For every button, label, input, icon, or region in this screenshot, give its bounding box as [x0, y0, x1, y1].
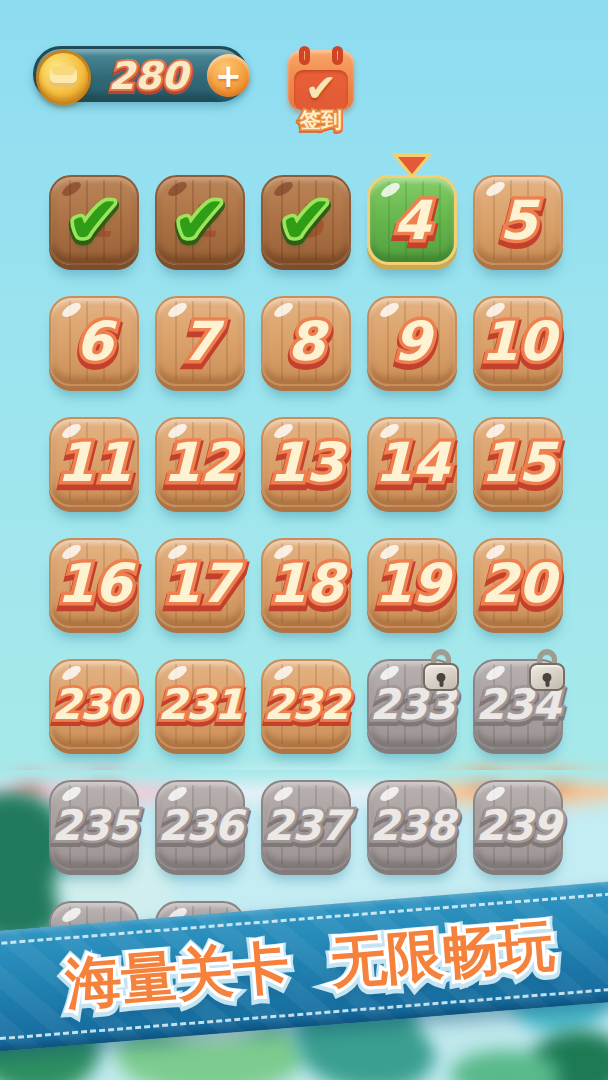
completed-check-icon: ✔	[172, 182, 227, 259]
level-number: 14	[374, 431, 449, 494]
level-tile-18[interactable]: 18	[261, 538, 351, 628]
level-tile-15[interactable]: 15	[473, 417, 563, 507]
level-tile-11[interactable]: 11	[49, 417, 139, 507]
level-tile-4[interactable]: 4	[367, 175, 457, 265]
level-number: 19	[374, 552, 449, 615]
level-number: 236	[158, 801, 243, 850]
level-number: 20	[480, 552, 555, 615]
level-number: 13	[268, 431, 343, 494]
level-number: 12	[162, 431, 237, 494]
level-tile-5[interactable]: 5	[473, 175, 563, 265]
calendar-icon: ✔	[288, 50, 354, 110]
level-tile-20[interactable]: 20	[473, 538, 563, 628]
level-tile-2[interactable]: 2✔	[155, 175, 245, 265]
level-tile-1[interactable]: 1✔	[49, 175, 139, 265]
level-tile-12[interactable]: 12	[155, 417, 245, 507]
level-tile-17[interactable]: 17	[155, 538, 245, 628]
level-tile-7[interactable]: 7	[155, 296, 245, 386]
level-tile-232[interactable]: 232	[261, 659, 351, 749]
coin-count-value: 280	[108, 54, 187, 98]
level-tile-16[interactable]: 16	[49, 538, 139, 628]
level-number: 7	[181, 310, 219, 373]
level-number: 18	[268, 552, 343, 615]
level-tile-6[interactable]: 6	[49, 296, 139, 386]
level-tile-13[interactable]: 13	[261, 417, 351, 507]
level-number: 230	[52, 680, 137, 729]
current-level-pointer-icon	[391, 153, 433, 179]
padlock-icon	[423, 649, 459, 691]
level-tile-239[interactable]: 239	[473, 780, 563, 870]
level-number: 235	[52, 801, 137, 850]
level-number: 237	[264, 801, 349, 850]
checkin-label: 签到	[280, 106, 362, 134]
level-number: 15	[480, 431, 555, 494]
level-number: 238	[370, 801, 455, 850]
banner-text-right: 无限畅玩	[328, 908, 557, 1002]
level-map-screen: 1✔2✔3✔4567891011121314151617181920230231…	[0, 0, 608, 1080]
add-coins-button[interactable]: +	[207, 54, 250, 97]
level-tile-10[interactable]: 10	[473, 296, 563, 386]
level-tile-234[interactable]: 234	[473, 659, 563, 749]
level-tile-235[interactable]: 235	[49, 780, 139, 870]
level-tile-237[interactable]: 237	[261, 780, 351, 870]
level-tile-19[interactable]: 19	[367, 538, 457, 628]
completed-check-icon: ✔	[66, 182, 121, 259]
banner-text-left: 海量关卡	[63, 930, 292, 1024]
level-tile-231[interactable]: 231	[155, 659, 245, 749]
level-tile-238[interactable]: 238	[367, 780, 457, 870]
level-tile-233[interactable]: 233	[367, 659, 457, 749]
level-number: 9	[393, 310, 431, 373]
level-number: 11	[56, 431, 131, 494]
level-number: 232	[264, 680, 349, 729]
level-number: 5	[499, 189, 537, 252]
level-number: 16	[56, 552, 131, 615]
level-tile-230[interactable]: 230	[49, 659, 139, 749]
level-tile-9[interactable]: 9	[367, 296, 457, 386]
level-tile-8[interactable]: 8	[261, 296, 351, 386]
checkin-button[interactable]: ✔ 签到	[288, 44, 354, 132]
level-number: 6	[75, 310, 113, 373]
calendar-check-icon: ✔	[288, 66, 354, 110]
completed-check-icon: ✔	[278, 182, 333, 259]
padlock-icon	[529, 649, 565, 691]
level-tile-3[interactable]: 3✔	[261, 175, 351, 265]
level-number: 231	[158, 680, 243, 729]
level-number: 239	[476, 801, 561, 850]
level-tile-14[interactable]: 14	[367, 417, 457, 507]
coin-icon	[36, 50, 91, 105]
level-number: 8	[287, 310, 325, 373]
level-number: 4	[393, 189, 431, 252]
level-number: 10	[480, 310, 555, 373]
level-tile-236[interactable]: 236	[155, 780, 245, 870]
coin-count: 280	[96, 54, 200, 98]
level-number: 17	[162, 552, 237, 615]
